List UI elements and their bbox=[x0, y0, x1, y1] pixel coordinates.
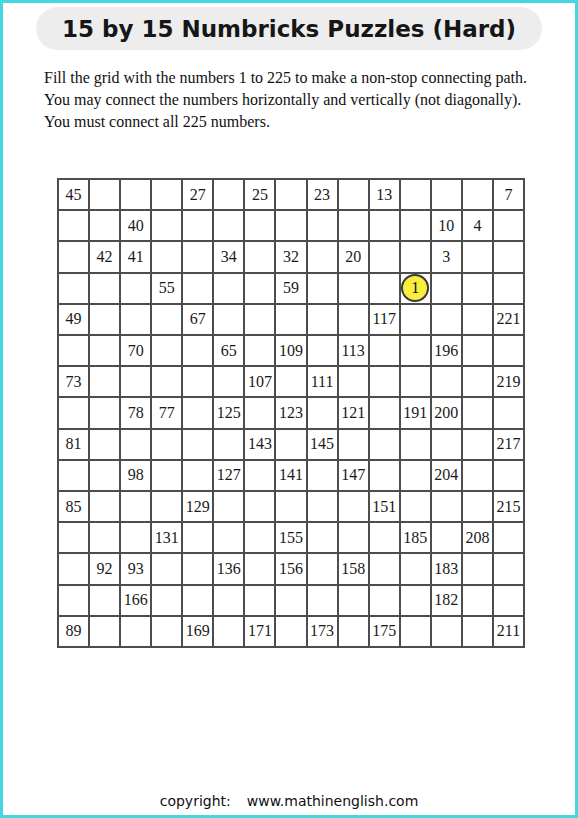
grid-cell[interactable] bbox=[90, 305, 119, 334]
grid-cell[interactable] bbox=[401, 554, 430, 583]
grid-cell[interactable] bbox=[432, 274, 461, 303]
grid-cell[interactable] bbox=[90, 523, 119, 552]
grid-cell[interactable] bbox=[339, 430, 368, 459]
grid-cell[interactable] bbox=[121, 367, 150, 396]
grid-cell[interactable] bbox=[370, 586, 399, 615]
grid-cell[interactable] bbox=[432, 617, 461, 646]
grid-cell[interactable] bbox=[370, 367, 399, 396]
grid-cell[interactable] bbox=[214, 492, 243, 521]
instruction-line: You may connect the numbers horizontally… bbox=[44, 89, 527, 111]
grid-cell[interactable] bbox=[370, 430, 399, 459]
grid-cell[interactable] bbox=[183, 242, 212, 271]
grid-cell[interactable] bbox=[463, 274, 492, 303]
grid-cell[interactable] bbox=[463, 554, 492, 583]
grid-cell[interactable] bbox=[245, 554, 274, 583]
grid-cell[interactable] bbox=[121, 274, 150, 303]
grid-cell: 107 bbox=[245, 367, 274, 396]
grid-cell[interactable] bbox=[339, 274, 368, 303]
grid-cell[interactable] bbox=[308, 461, 337, 490]
grid-cell[interactable] bbox=[90, 430, 119, 459]
grid-cell: 93 bbox=[121, 554, 150, 583]
grid-cell[interactable] bbox=[370, 398, 399, 427]
grid-cell[interactable] bbox=[494, 336, 523, 365]
grid-cell[interactable] bbox=[59, 211, 88, 240]
grid-cell: 191 bbox=[401, 398, 430, 427]
grid-cell[interactable] bbox=[370, 336, 399, 365]
grid-cell[interactable] bbox=[494, 461, 523, 490]
grid-cell[interactable] bbox=[90, 336, 119, 365]
grid-cell[interactable] bbox=[183, 211, 212, 240]
grid-cell: 171 bbox=[245, 617, 274, 646]
grid-cell[interactable] bbox=[401, 242, 430, 271]
grid-cell: 129 bbox=[183, 492, 212, 521]
grid-cell: 85 bbox=[59, 492, 88, 521]
grid-cell[interactable] bbox=[183, 430, 212, 459]
grid-cell[interactable] bbox=[401, 180, 430, 209]
grid-cell[interactable] bbox=[276, 492, 305, 521]
grid-cell: 125 bbox=[214, 398, 243, 427]
grid-cell[interactable] bbox=[90, 180, 119, 209]
grid-cell[interactable] bbox=[121, 430, 150, 459]
grid-cell[interactable] bbox=[308, 398, 337, 427]
grid-cell: 113 bbox=[339, 336, 368, 365]
worksheet-page: 15 by 15 Numbricks Puzzles (Hard) Fill t… bbox=[0, 0, 578, 818]
grid-cell[interactable] bbox=[463, 180, 492, 209]
grid-cell: 175 bbox=[370, 617, 399, 646]
grid-cell: 92 bbox=[90, 554, 119, 583]
copyright-label: copyright: bbox=[160, 793, 231, 809]
grid-cell[interactable] bbox=[245, 523, 274, 552]
grid-cell[interactable] bbox=[308, 336, 337, 365]
grid-cell: 121 bbox=[339, 398, 368, 427]
grid-cell[interactable] bbox=[463, 617, 492, 646]
grid-cell[interactable] bbox=[463, 586, 492, 615]
grid-cell: 59 bbox=[276, 274, 305, 303]
grid-cell[interactable] bbox=[214, 305, 243, 334]
grid-cell: 3 bbox=[432, 242, 461, 271]
grid-cell[interactable] bbox=[214, 180, 243, 209]
grid-cell[interactable] bbox=[276, 211, 305, 240]
grid-cell[interactable] bbox=[370, 523, 399, 552]
page-title: 15 by 15 Numbricks Puzzles (Hard) bbox=[62, 16, 516, 42]
grid-cell[interactable] bbox=[245, 211, 274, 240]
grid-cell: 123 bbox=[276, 398, 305, 427]
highlight-start-circle: 1 bbox=[401, 274, 429, 302]
grid-cell: 215 bbox=[494, 492, 523, 521]
grid-cell: 204 bbox=[432, 461, 461, 490]
grid-cell[interactable] bbox=[183, 523, 212, 552]
grid-cell[interactable] bbox=[494, 274, 523, 303]
grid-cell[interactable] bbox=[401, 305, 430, 334]
grid-cell[interactable] bbox=[494, 211, 523, 240]
grid-cell[interactable] bbox=[152, 367, 181, 396]
grid-cell[interactable] bbox=[308, 554, 337, 583]
grid-cell: 45 bbox=[59, 180, 88, 209]
grid-cell[interactable] bbox=[59, 274, 88, 303]
grid-cell: 200 bbox=[432, 398, 461, 427]
grid-cell[interactable] bbox=[121, 305, 150, 334]
grid-cell[interactable] bbox=[183, 367, 212, 396]
grid-cell: 111 bbox=[308, 367, 337, 396]
grid-cell[interactable] bbox=[214, 274, 243, 303]
grid-cell[interactable] bbox=[59, 523, 88, 552]
grid-cell[interactable] bbox=[59, 242, 88, 271]
grid-cell: 182 bbox=[432, 586, 461, 615]
grid-cell: 208 bbox=[463, 523, 492, 552]
grid-cell[interactable] bbox=[214, 586, 243, 615]
grid-cell[interactable] bbox=[59, 554, 88, 583]
grid-cell[interactable] bbox=[245, 274, 274, 303]
grid-cell[interactable] bbox=[121, 180, 150, 209]
grid-cell[interactable] bbox=[463, 242, 492, 271]
grid-cell[interactable] bbox=[432, 180, 461, 209]
grid-cell: 147 bbox=[339, 461, 368, 490]
grid-cell[interactable] bbox=[245, 336, 274, 365]
grid-cell[interactable] bbox=[276, 305, 305, 334]
grid-cell[interactable] bbox=[59, 398, 88, 427]
grid-cell[interactable] bbox=[214, 617, 243, 646]
grid-cell[interactable] bbox=[339, 617, 368, 646]
grid-cell[interactable] bbox=[339, 523, 368, 552]
puzzle-grid: 4527252313740104424134322035559149671172… bbox=[57, 178, 525, 648]
grid-cell[interactable] bbox=[432, 492, 461, 521]
grid-cell[interactable] bbox=[494, 523, 523, 552]
grid-cell[interactable] bbox=[276, 617, 305, 646]
grid-cell[interactable] bbox=[152, 336, 181, 365]
grid-cell[interactable] bbox=[463, 492, 492, 521]
instruction-line: Fill the grid with the numbers 1 to 225 … bbox=[44, 67, 527, 89]
grid-cell: 156 bbox=[276, 554, 305, 583]
grid-cell: 65 bbox=[214, 336, 243, 365]
grid-cell: 145 bbox=[308, 430, 337, 459]
grid-cell[interactable] bbox=[432, 367, 461, 396]
grid-cell[interactable] bbox=[90, 492, 119, 521]
title-pill: 15 by 15 Numbricks Puzzles (Hard) bbox=[36, 7, 542, 50]
grid-cell[interactable] bbox=[401, 617, 430, 646]
grid-cell: 49 bbox=[59, 305, 88, 334]
grid-cell[interactable] bbox=[308, 305, 337, 334]
grid-cell[interactable] bbox=[121, 523, 150, 552]
grid-cell[interactable] bbox=[463, 398, 492, 427]
grid-cell: 221 bbox=[494, 305, 523, 334]
grid-cell[interactable] bbox=[245, 242, 274, 271]
grid-cell: 23 bbox=[308, 180, 337, 209]
grid-cell[interactable] bbox=[463, 367, 492, 396]
grid-cell[interactable] bbox=[463, 305, 492, 334]
grid-cell[interactable] bbox=[494, 398, 523, 427]
grid-cell[interactable] bbox=[494, 242, 523, 271]
grid-cell[interactable] bbox=[152, 461, 181, 490]
website-text: www.mathinenglish.com bbox=[247, 793, 419, 809]
grid-cell: 151 bbox=[370, 492, 399, 521]
grid-cell: 13 bbox=[370, 180, 399, 209]
grid-cell[interactable] bbox=[401, 492, 430, 521]
grid-cell: 169 bbox=[183, 617, 212, 646]
grid-cell[interactable] bbox=[401, 586, 430, 615]
grid-cell[interactable] bbox=[401, 461, 430, 490]
grid-cell[interactable] bbox=[276, 180, 305, 209]
grid-cell: 73 bbox=[59, 367, 88, 396]
grid-cell[interactable] bbox=[276, 367, 305, 396]
grid-cell: 55 bbox=[152, 274, 181, 303]
grid-cell: 40 bbox=[121, 211, 150, 240]
grid-cell[interactable] bbox=[152, 305, 181, 334]
grid-cell[interactable] bbox=[432, 305, 461, 334]
grid-cell[interactable] bbox=[339, 492, 368, 521]
footer: copyright: www.mathinenglish.com bbox=[3, 793, 575, 809]
grid-cell: 173 bbox=[308, 617, 337, 646]
grid-cell[interactable] bbox=[308, 523, 337, 552]
grid-cell: 7 bbox=[494, 180, 523, 209]
grid-cell[interactable] bbox=[152, 242, 181, 271]
grid-cell[interactable] bbox=[90, 211, 119, 240]
grid-cell: 158 bbox=[339, 554, 368, 583]
grid-cell[interactable] bbox=[432, 523, 461, 552]
grid-cell: 67 bbox=[183, 305, 212, 334]
grid-cell[interactable] bbox=[183, 336, 212, 365]
grid-cell[interactable] bbox=[245, 586, 274, 615]
grid-cell[interactable] bbox=[308, 586, 337, 615]
instructions: Fill the grid with the numbers 1 to 225 … bbox=[44, 67, 527, 133]
grid-cell: 166 bbox=[121, 586, 150, 615]
grid-cell[interactable] bbox=[90, 586, 119, 615]
grid-cell: 196 bbox=[432, 336, 461, 365]
grid-cell[interactable] bbox=[276, 586, 305, 615]
grid-cell: 211 bbox=[494, 617, 523, 646]
grid-cell[interactable] bbox=[370, 274, 399, 303]
grid-cell[interactable] bbox=[339, 586, 368, 615]
grid-cell[interactable] bbox=[463, 430, 492, 459]
grid-cell: 109 bbox=[276, 336, 305, 365]
grid-cell[interactable] bbox=[214, 367, 243, 396]
grid-cell[interactable] bbox=[59, 586, 88, 615]
grid-cell[interactable] bbox=[183, 586, 212, 615]
grid-cell[interactable] bbox=[152, 554, 181, 583]
grid-cell[interactable] bbox=[245, 461, 274, 490]
grid-cell[interactable] bbox=[245, 398, 274, 427]
grid-cell[interactable] bbox=[401, 430, 430, 459]
grid-cell: 131 bbox=[152, 523, 181, 552]
grid-cell[interactable] bbox=[152, 180, 181, 209]
grid-cell[interactable] bbox=[152, 430, 181, 459]
grid-cell: 27 bbox=[183, 180, 212, 209]
grid-cell: 10 bbox=[432, 211, 461, 240]
grid-cell[interactable] bbox=[339, 367, 368, 396]
grid-cell: 217 bbox=[494, 430, 523, 459]
grid-cell: 183 bbox=[432, 554, 461, 583]
grid-cell[interactable] bbox=[370, 242, 399, 271]
grid-cell: 42 bbox=[90, 242, 119, 271]
grid-cell[interactable] bbox=[432, 430, 461, 459]
grid-cell[interactable] bbox=[463, 461, 492, 490]
instruction-line: You must connect all 225 numbers. bbox=[44, 111, 527, 133]
grid-cell[interactable] bbox=[308, 211, 337, 240]
grid-cell: 32 bbox=[276, 242, 305, 271]
grid-cell: 1 bbox=[401, 274, 430, 303]
grid-cell: 155 bbox=[276, 523, 305, 552]
grid-cell[interactable] bbox=[90, 617, 119, 646]
grid-cell[interactable] bbox=[308, 274, 337, 303]
grid-cell: 136 bbox=[214, 554, 243, 583]
grid-cell[interactable] bbox=[214, 211, 243, 240]
grid-cell[interactable] bbox=[152, 617, 181, 646]
grid-cell: 141 bbox=[276, 461, 305, 490]
grid-cell[interactable] bbox=[183, 554, 212, 583]
grid-cell: 81 bbox=[59, 430, 88, 459]
grid-cell[interactable] bbox=[339, 305, 368, 334]
grid-cell[interactable] bbox=[214, 430, 243, 459]
grid-cell: 4 bbox=[463, 211, 492, 240]
grid-cell[interactable] bbox=[370, 211, 399, 240]
grid-cell[interactable] bbox=[214, 523, 243, 552]
grid-cell[interactable] bbox=[245, 305, 274, 334]
grid-cell: 77 bbox=[152, 398, 181, 427]
grid-cell[interactable] bbox=[370, 554, 399, 583]
grid-cell[interactable] bbox=[245, 492, 274, 521]
grid-cell[interactable] bbox=[121, 617, 150, 646]
grid-cell: 34 bbox=[214, 242, 243, 271]
grid-cell: 41 bbox=[121, 242, 150, 271]
grid-cell: 89 bbox=[59, 617, 88, 646]
grid-cell: 143 bbox=[245, 430, 274, 459]
grid-cell[interactable] bbox=[59, 336, 88, 365]
grid-cell: 25 bbox=[245, 180, 274, 209]
grid-cell[interactable] bbox=[339, 211, 368, 240]
grid-cell: 70 bbox=[121, 336, 150, 365]
grid-cell: 219 bbox=[494, 367, 523, 396]
grid-cell[interactable] bbox=[183, 274, 212, 303]
grid-cell: 117 bbox=[370, 305, 399, 334]
grid-cell[interactable] bbox=[152, 211, 181, 240]
grid-cell[interactable] bbox=[308, 492, 337, 521]
grid-cell[interactable] bbox=[276, 430, 305, 459]
grid-cell[interactable] bbox=[401, 336, 430, 365]
grid-cell[interactable] bbox=[90, 398, 119, 427]
grid-cell: 185 bbox=[401, 523, 430, 552]
grid-cell[interactable] bbox=[152, 586, 181, 615]
grid-cell[interactable] bbox=[463, 336, 492, 365]
grid-cell[interactable] bbox=[90, 461, 119, 490]
grid-cell: 127 bbox=[214, 461, 243, 490]
grid-cell[interactable] bbox=[90, 274, 119, 303]
grid-cell[interactable] bbox=[401, 211, 430, 240]
grid-cell: 20 bbox=[339, 242, 368, 271]
grid-cell[interactable] bbox=[183, 398, 212, 427]
grid-cell: 78 bbox=[121, 398, 150, 427]
grid-cell[interactable] bbox=[59, 461, 88, 490]
grid-cell: 98 bbox=[121, 461, 150, 490]
grid-cell[interactable] bbox=[339, 180, 368, 209]
grid-cell[interactable] bbox=[401, 367, 430, 396]
grid-cell[interactable] bbox=[494, 586, 523, 615]
grid-cell[interactable] bbox=[90, 367, 119, 396]
grid-cell[interactable] bbox=[121, 492, 150, 521]
grid-cell[interactable] bbox=[152, 492, 181, 521]
grid-cell[interactable] bbox=[183, 461, 212, 490]
grid-cell[interactable] bbox=[370, 461, 399, 490]
grid-cell[interactable] bbox=[308, 242, 337, 271]
grid-cell[interactable] bbox=[494, 554, 523, 583]
